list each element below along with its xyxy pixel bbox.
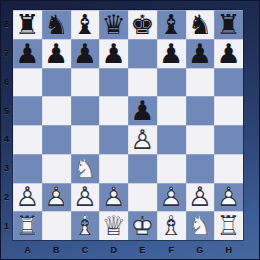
white-pawn[interactable]: ♟♙ xyxy=(71,183,100,212)
black-bishop[interactable]: ♝ xyxy=(71,10,100,39)
black-king[interactable]: ♚ xyxy=(128,10,157,39)
black-pawn[interactable]: ♟ xyxy=(71,39,100,68)
piece-outline-glyph: ♙ xyxy=(13,183,42,212)
white-bishop[interactable]: ♝♗ xyxy=(157,211,186,240)
square-a4[interactable] xyxy=(13,125,42,154)
square-a5[interactable] xyxy=(13,96,42,125)
square-f6[interactable] xyxy=(157,68,186,97)
piece-outline-glyph: ♙ xyxy=(157,183,186,212)
black-pawn[interactable]: ♟ xyxy=(157,39,186,68)
square-h7[interactable]: ♟ xyxy=(214,39,243,68)
black-knight[interactable]: ♞ xyxy=(42,10,71,39)
square-a8[interactable]: ♜ xyxy=(13,10,42,39)
rank-label-1: 1 xyxy=(0,211,13,240)
square-g8[interactable]: ♞ xyxy=(186,10,215,39)
file-label-g: G xyxy=(186,242,215,258)
square-f2[interactable]: ♟♙ xyxy=(157,183,186,212)
white-pawn[interactable]: ♟♙ xyxy=(157,183,186,212)
square-h6[interactable] xyxy=(214,68,243,97)
square-e5[interactable]: ♟ xyxy=(128,96,157,125)
square-c3[interactable]: ♞♘ xyxy=(71,154,100,183)
piece-glyph: ♟ xyxy=(186,39,215,68)
black-queen[interactable]: ♛ xyxy=(99,10,128,39)
square-f4[interactable] xyxy=(157,125,186,154)
rank-label-4: 4 xyxy=(0,125,13,154)
square-d8[interactable]: ♛ xyxy=(99,10,128,39)
piece-glyph: ♚ xyxy=(128,10,157,39)
square-c5[interactable] xyxy=(71,96,100,125)
square-g1[interactable]: ♞♘ xyxy=(186,211,215,240)
rank-label-6: 6 xyxy=(0,68,13,97)
square-h4[interactable] xyxy=(214,125,243,154)
square-e7[interactable] xyxy=(128,39,157,68)
piece-glyph: ♛ xyxy=(99,10,128,39)
square-a3[interactable] xyxy=(13,154,42,183)
square-f3[interactable] xyxy=(157,154,186,183)
square-f5[interactable] xyxy=(157,96,186,125)
piece-glyph: ♞ xyxy=(186,10,215,39)
white-rook[interactable]: ♜♖ xyxy=(214,211,243,240)
piece-outline-glyph: ♕ xyxy=(99,211,128,240)
square-c1[interactable]: ♝♗ xyxy=(71,211,100,240)
rank-label-3: 3 xyxy=(0,154,13,183)
black-knight[interactable]: ♞ xyxy=(186,10,215,39)
square-e6[interactable] xyxy=(128,68,157,97)
piece-glyph: ♟ xyxy=(128,96,157,125)
square-b2[interactable]: ♟♙ xyxy=(42,183,71,212)
square-g5[interactable] xyxy=(186,96,215,125)
piece-glyph: ♞ xyxy=(42,10,71,39)
file-label-d: D xyxy=(99,242,128,258)
piece-glyph: ♟ xyxy=(157,39,186,68)
white-knight[interactable]: ♞♘ xyxy=(71,154,100,183)
square-g4[interactable] xyxy=(186,125,215,154)
square-b8[interactable]: ♞ xyxy=(42,10,71,39)
square-g3[interactable] xyxy=(186,154,215,183)
black-bishop[interactable]: ♝ xyxy=(157,10,186,39)
piece-outline-glyph: ♙ xyxy=(42,183,71,212)
square-h8[interactable]: ♜ xyxy=(214,10,243,39)
square-b4[interactable] xyxy=(42,125,71,154)
piece-outline-glyph: ♖ xyxy=(13,211,42,240)
square-h5[interactable] xyxy=(214,96,243,125)
black-pawn[interactable]: ♟ xyxy=(13,39,42,68)
piece-glyph: ♜ xyxy=(214,10,243,39)
piece-glyph: ♝ xyxy=(157,10,186,39)
piece-outline-glyph: ♘ xyxy=(71,154,100,183)
square-a1[interactable]: ♜♖ xyxy=(13,211,42,240)
file-label-b: B xyxy=(42,242,71,258)
square-f1[interactable]: ♝♗ xyxy=(157,211,186,240)
white-bishop[interactable]: ♝♗ xyxy=(71,211,100,240)
square-g6[interactable] xyxy=(186,68,215,97)
rank-label-8: 8 xyxy=(0,10,13,39)
black-pawn[interactable]: ♟ xyxy=(186,39,215,68)
square-d2[interactable]: ♟♙ xyxy=(99,183,128,212)
file-label-c: C xyxy=(71,242,100,258)
square-c4[interactable] xyxy=(71,125,100,154)
square-c2[interactable]: ♟♙ xyxy=(71,183,100,212)
square-d1[interactable]: ♛♕ xyxy=(99,211,128,240)
piece-outline-glyph: ♙ xyxy=(186,183,215,212)
square-e8[interactable]: ♚ xyxy=(128,10,157,39)
piece-outline-glyph: ♖ xyxy=(214,211,243,240)
square-b3[interactable] xyxy=(42,154,71,183)
square-e4[interactable]: ♟♙ xyxy=(128,125,157,154)
square-c6[interactable] xyxy=(71,68,100,97)
rank-labels: 87654321 xyxy=(0,10,13,240)
rank-label-7: 7 xyxy=(0,39,13,68)
square-d4[interactable] xyxy=(99,125,128,154)
square-d7[interactable]: ♟ xyxy=(99,39,128,68)
square-f7[interactable]: ♟ xyxy=(157,39,186,68)
white-knight[interactable]: ♞♘ xyxy=(186,211,215,240)
file-label-h: H xyxy=(214,242,243,258)
square-a2[interactable]: ♟♙ xyxy=(13,183,42,212)
file-label-e: E xyxy=(128,242,157,258)
piece-outline-glyph: ♔ xyxy=(128,211,157,240)
black-pawn[interactable]: ♟ xyxy=(42,39,71,68)
square-b6[interactable] xyxy=(42,68,71,97)
chess-board: ♜♞♝♛♚♝♞♜♟♟♟♟♟♟♟♟♟♙♞♘♟♙♟♙♟♙♟♙♟♙♟♙♟♙♜♖♝♗♛♕… xyxy=(13,10,243,240)
square-c8[interactable]: ♝ xyxy=(71,10,100,39)
piece-outline-glyph: ♙ xyxy=(71,183,100,212)
piece-outline-glyph: ♗ xyxy=(71,211,100,240)
black-rook[interactable]: ♜ xyxy=(214,10,243,39)
square-a7[interactable]: ♟ xyxy=(13,39,42,68)
file-label-f: F xyxy=(157,242,186,258)
rank-label-2: 2 xyxy=(0,183,13,212)
piece-glyph: ♜ xyxy=(13,10,42,39)
square-h2[interactable]: ♟♙ xyxy=(214,183,243,212)
square-h1[interactable]: ♜♖ xyxy=(214,211,243,240)
square-d5[interactable] xyxy=(99,96,128,125)
chess-board-frame: 87654321 ♜♞♝♛♚♝♞♜♟♟♟♟♟♟♟♟♟♙♞♘♟♙♟♙♟♙♟♙♟♙♟… xyxy=(0,0,260,260)
square-d6[interactable] xyxy=(99,68,128,97)
square-b1[interactable] xyxy=(42,211,71,240)
piece-glyph: ♟ xyxy=(71,39,100,68)
piece-outline-glyph: ♘ xyxy=(186,211,215,240)
white-rook[interactable]: ♜♖ xyxy=(13,211,42,240)
piece-glyph: ♟ xyxy=(42,39,71,68)
black-pawn[interactable]: ♟ xyxy=(128,96,157,125)
piece-outline-glyph: ♙ xyxy=(99,183,128,212)
piece-glyph: ♟ xyxy=(13,39,42,68)
white-pawn[interactable]: ♟♙ xyxy=(214,183,243,212)
square-g7[interactable]: ♟ xyxy=(186,39,215,68)
file-label-a: A xyxy=(13,242,42,258)
square-a6[interactable] xyxy=(13,68,42,97)
square-h3[interactable] xyxy=(214,154,243,183)
rank-label-5: 5 xyxy=(0,96,13,125)
black-pawn[interactable]: ♟ xyxy=(99,39,128,68)
black-rook[interactable]: ♜ xyxy=(13,10,42,39)
square-b5[interactable] xyxy=(42,96,71,125)
square-e2[interactable] xyxy=(128,183,157,212)
white-king[interactable]: ♚♔ xyxy=(128,211,157,240)
white-queen[interactable]: ♛♕ xyxy=(99,211,128,240)
white-pawn[interactable]: ♟♙ xyxy=(99,183,128,212)
square-e1[interactable]: ♚♔ xyxy=(128,211,157,240)
square-c7[interactable]: ♟ xyxy=(71,39,100,68)
file-labels: ABCDEFGH xyxy=(13,242,243,258)
black-pawn[interactable]: ♟ xyxy=(214,39,243,68)
white-pawn[interactable]: ♟♙ xyxy=(42,183,71,212)
square-e3[interactable] xyxy=(128,154,157,183)
piece-outline-glyph: ♗ xyxy=(157,211,186,240)
square-b7[interactable]: ♟ xyxy=(42,39,71,68)
square-g2[interactable]: ♟♙ xyxy=(186,183,215,212)
white-pawn[interactable]: ♟♙ xyxy=(128,125,157,154)
white-pawn[interactable]: ♟♙ xyxy=(186,183,215,212)
piece-outline-glyph: ♙ xyxy=(128,125,157,154)
piece-glyph: ♟ xyxy=(214,39,243,68)
square-f8[interactable]: ♝ xyxy=(157,10,186,39)
piece-glyph: ♝ xyxy=(71,10,100,39)
piece-outline-glyph: ♙ xyxy=(214,183,243,212)
white-pawn[interactable]: ♟♙ xyxy=(13,183,42,212)
square-d3[interactable] xyxy=(99,154,128,183)
piece-glyph: ♟ xyxy=(99,39,128,68)
